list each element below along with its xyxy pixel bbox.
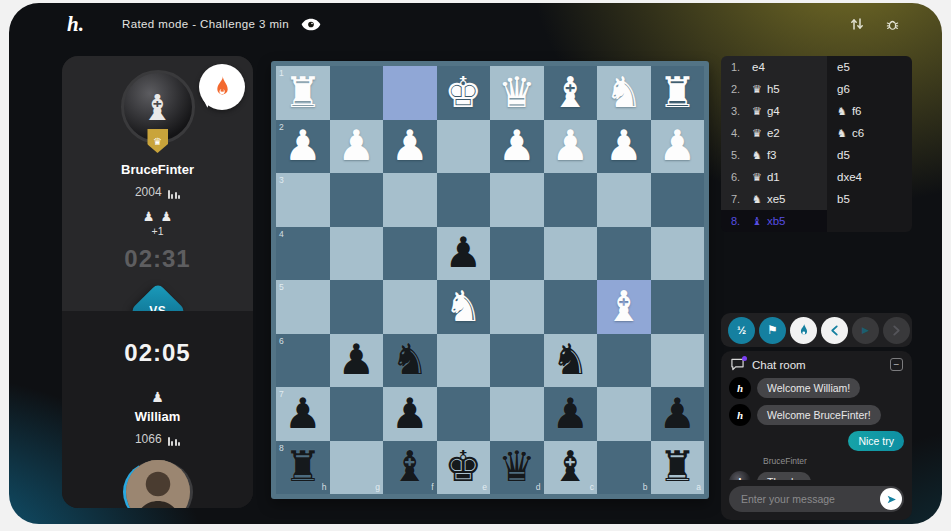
white-move[interactable]: 8.♝xb5: [721, 210, 827, 232]
white-bishop-b5[interactable]: ♝: [605, 286, 643, 328]
square-h3[interactable]: 3: [276, 173, 330, 227]
move-row: 2.♛h5g6: [721, 78, 912, 100]
black-pawn-a7[interactable]: ♟: [658, 393, 696, 435]
chat-bubble: Welcome William!: [757, 378, 860, 398]
flip-board-icon[interactable]: [849, 16, 865, 32]
white-move-text: d1: [767, 171, 780, 183]
queen-icon: ♛: [752, 171, 762, 184]
rank-label: 6: [279, 336, 284, 346]
move-number: 3.: [731, 105, 747, 117]
white-move[interactable]: 7.♞xe5: [721, 188, 827, 210]
square-e6[interactable]: [437, 334, 491, 388]
rank-label: 5: [279, 282, 284, 292]
square-c8[interactable]: c♝: [544, 441, 598, 495]
black-move-text: f6: [852, 105, 862, 117]
move-number: 8.: [731, 215, 747, 227]
white-move-text: f3: [767, 149, 777, 161]
queen-icon: ♛: [752, 127, 762, 140]
move-number: 6.: [731, 171, 747, 183]
player-clock: 02:05: [124, 339, 190, 367]
black-pawn-f7[interactable]: ♟: [391, 393, 429, 435]
file-label: b: [643, 482, 648, 492]
black-king-e8[interactable]: ♚: [444, 446, 482, 488]
draw-offer-button[interactable]: ½: [728, 317, 755, 344]
square-b5[interactable]: ♝: [597, 280, 651, 334]
square-g2[interactable]: ♟: [330, 120, 384, 174]
move-row: 6.♛d1dxe4: [721, 166, 912, 188]
rank-label: 2: [279, 122, 284, 132]
spectators-eye-icon[interactable]: [301, 18, 321, 31]
square-a7[interactable]: ♟: [651, 387, 705, 441]
square-f3[interactable]: [383, 173, 437, 227]
square-h2[interactable]: 2♟: [276, 120, 330, 174]
square-c3[interactable]: [544, 173, 598, 227]
square-g8[interactable]: g: [330, 441, 384, 495]
black-move[interactable]: ♞c6: [827, 122, 912, 144]
square-b4[interactable]: [597, 227, 651, 281]
game-controls: ½ ⚑ ▶: [721, 313, 912, 347]
white-move[interactable]: 2.♛h5: [721, 78, 827, 100]
file-label: e: [482, 482, 487, 492]
white-pawn-h2[interactable]: ♟: [284, 125, 322, 167]
square-c5[interactable]: [544, 280, 598, 334]
square-h7[interactable]: 7♟: [276, 387, 330, 441]
white-rook-h1[interactable]: ♜: [284, 72, 322, 114]
chess-board: 1♜♚♛♝♞♜2♟♟♟♟♟♟♟34♟5♞♝6♟♞♞7♟♟♟♟8h♜gf♝e♚d♛…: [276, 66, 704, 494]
opponent-captured-pieces: ♟♟: [143, 209, 172, 224]
flame-icon: [798, 323, 810, 337]
move-number: 4.: [731, 127, 747, 139]
knight-icon: ♞: [837, 127, 847, 140]
chat-message: ♝Thanks: [729, 471, 904, 480]
chat-bubble: Thanks: [757, 472, 811, 480]
white-pawn-g2[interactable]: ♟: [337, 125, 375, 167]
square-b3[interactable]: [597, 173, 651, 227]
streak-button[interactable]: [790, 317, 817, 344]
knight-icon: ♞: [752, 193, 762, 206]
white-pawn-b2[interactable]: ♟: [605, 125, 643, 167]
white-rook-a1[interactable]: ♜: [658, 72, 696, 114]
chat-message: hWelcome William!: [729, 377, 904, 399]
chat-message: Nice try: [729, 431, 904, 451]
app-window: h. Rated mode - Challenge 3 min ♝ ♛ Bruc…: [9, 3, 942, 524]
black-pawn-c7[interactable]: ♟: [551, 393, 589, 435]
move-back-button[interactable]: [821, 317, 848, 344]
move-row: 7.♞xe5b5: [721, 188, 912, 210]
black-move[interactable]: g6: [827, 78, 912, 100]
square-c2[interactable]: ♟: [544, 120, 598, 174]
square-a4[interactable]: [651, 227, 705, 281]
file-label: f: [431, 482, 433, 492]
square-f5[interactable]: [383, 280, 437, 334]
white-pawn-c2[interactable]: ♟: [551, 125, 589, 167]
flame-streak-bubble: [199, 64, 245, 110]
square-a1[interactable]: ♜: [651, 66, 705, 120]
black-knight-c6[interactable]: ♞: [551, 339, 589, 381]
move-number: 1.: [731, 61, 747, 73]
move-number: 2.: [731, 83, 747, 95]
rank-label: 4: [279, 229, 284, 239]
move-number: 7.: [731, 193, 747, 205]
square-e4[interactable]: ♟: [437, 227, 491, 281]
chevron-right-icon: [892, 325, 901, 336]
black-move-text: c6: [852, 127, 864, 139]
square-g1[interactable]: [330, 66, 384, 120]
square-h6[interactable]: 6: [276, 334, 330, 388]
square-e7[interactable]: [437, 387, 491, 441]
square-f6[interactable]: ♞: [383, 334, 437, 388]
square-h5[interactable]: 5: [276, 280, 330, 334]
square-f4[interactable]: [383, 227, 437, 281]
black-move[interactable]: d5: [827, 144, 912, 166]
chat-bubble: Welcome BruceFinter!: [757, 405, 881, 425]
square-e5[interactable]: ♞: [437, 280, 491, 334]
square-b1[interactable]: ♞: [597, 66, 651, 120]
player-rating: 1066: [135, 432, 162, 446]
rank-label: 7: [279, 389, 284, 399]
square-b6[interactable]: [597, 334, 651, 388]
white-bishop-c1[interactable]: ♝: [551, 72, 589, 114]
chat-sender-name: BruceFinter: [763, 456, 904, 466]
white-move[interactable]: 5.♞f3: [721, 144, 827, 166]
square-a5[interactable]: [651, 280, 705, 334]
black-move-text: dxe4: [837, 171, 862, 183]
black-move-text: b5: [837, 193, 850, 205]
square-h1[interactable]: 1♜: [276, 66, 330, 120]
square-a8[interactable]: a♜: [651, 441, 705, 495]
square-f7[interactable]: ♟: [383, 387, 437, 441]
black-move[interactable]: dxe4: [827, 166, 912, 188]
square-e3[interactable]: [437, 173, 491, 227]
move-number: 5.: [731, 149, 747, 161]
white-move-text: e2: [767, 127, 780, 139]
chevron-left-icon: [830, 325, 839, 336]
square-e1[interactable]: ♚: [437, 66, 491, 120]
opponent-section: ♝ ♛ BruceFinter 2004 ♟♟ +1 02:31: [62, 56, 253, 311]
chat-minimize-button[interactable]: −: [890, 358, 903, 371]
rank-label: 3: [279, 175, 284, 185]
white-queen-d1[interactable]: ♛: [498, 72, 536, 114]
move-last-button[interactable]: [883, 317, 910, 344]
white-move[interactable]: 1.e4: [721, 56, 827, 78]
file-label: c: [590, 482, 594, 492]
chat-panel: Chat room − hWelcome William!hWelcome Br…: [721, 351, 912, 520]
black-bishop-f8[interactable]: ♝: [391, 446, 429, 488]
file-label: d: [536, 482, 541, 492]
player-avatar-ring: ♟: [123, 460, 193, 508]
square-e8[interactable]: e♚: [437, 441, 491, 495]
opponent-rating: 2004: [135, 185, 162, 199]
player-section: 02:05 ♟ William 1066 ♟: [62, 311, 253, 508]
bishop-icon: ♝: [752, 215, 762, 228]
black-bishop-c8[interactable]: ♝: [551, 446, 589, 488]
white-move[interactable]: 6.♛d1: [721, 166, 827, 188]
file-label: a: [696, 482, 701, 492]
play-icon: ▶: [862, 325, 869, 335]
chat-header: Chat room −: [721, 351, 912, 375]
players-panel: ♝ ♛ BruceFinter 2004 ♟♟ +1 02:31 VS 02:0…: [62, 56, 253, 508]
square-d8[interactable]: d♛: [490, 441, 544, 495]
chat-messages: hWelcome William!hWelcome BruceFinter!Ni…: [721, 375, 912, 480]
white-move-text: h5: [767, 83, 780, 95]
move-row: 8.♝xb5: [721, 210, 912, 232]
white-pawn-a2[interactable]: ♟: [658, 125, 696, 167]
black-move[interactable]: ♞f6: [827, 100, 912, 122]
white-move[interactable]: 4.♛e2: [721, 122, 827, 144]
move-forward-button[interactable]: ▶: [852, 317, 879, 344]
square-e2[interactable]: [437, 120, 491, 174]
square-f1[interactable]: [383, 66, 437, 120]
resign-button[interactable]: ⚑: [759, 317, 786, 344]
white-move-text: xb5: [767, 215, 786, 227]
bug-report-icon[interactable]: [885, 17, 900, 32]
white-move-text: xe5: [767, 193, 786, 205]
square-d7[interactable]: [490, 387, 544, 441]
send-message-button[interactable]: [880, 488, 902, 510]
black-move-text: d5: [837, 149, 850, 161]
square-h8[interactable]: 8h♜: [276, 441, 330, 495]
square-g4[interactable]: [330, 227, 384, 281]
white-move-text: e4: [752, 61, 765, 73]
file-label: g: [375, 482, 380, 492]
square-g3[interactable]: [330, 173, 384, 227]
black-pawn-h7[interactable]: ♟: [284, 393, 322, 435]
queen-icon: ♛: [752, 83, 762, 96]
chat-message: hWelcome BruceFinter!: [729, 404, 904, 426]
square-a3[interactable]: [651, 173, 705, 227]
white-king-e1[interactable]: ♚: [444, 72, 482, 114]
queen-icon: ♛: [752, 105, 762, 118]
move-row: 3.♛g4♞f6: [721, 100, 912, 122]
white-move[interactable]: 3.♛g4: [721, 100, 827, 122]
opponent-avatar[interactable]: ♝ ♛: [121, 70, 195, 144]
square-d5[interactable]: [490, 280, 544, 334]
move-row: 5.♞f3d5: [721, 144, 912, 166]
square-h4[interactable]: 4: [276, 227, 330, 281]
chat-title: Chat room: [752, 359, 806, 371]
black-move[interactable]: e5: [827, 56, 912, 78]
black-move[interactable]: b5: [827, 188, 912, 210]
chat-bubble: Nice try: [848, 431, 904, 451]
square-d2[interactable]: ♟: [490, 120, 544, 174]
top-bar: h. Rated mode - Challenge 3 min: [9, 3, 942, 45]
square-f2[interactable]: ♟: [383, 120, 437, 174]
square-d1[interactable]: ♛: [490, 66, 544, 120]
opponent-rank-badge: ♛: [147, 129, 168, 153]
square-c4[interactable]: [544, 227, 598, 281]
black-rook-a8[interactable]: ♜: [658, 446, 696, 488]
square-g7[interactable]: [330, 387, 384, 441]
system-avatar: h: [729, 404, 751, 426]
rank-label: 8: [279, 443, 284, 453]
square-a2[interactable]: ♟: [651, 120, 705, 174]
square-c6[interactable]: ♞: [544, 334, 598, 388]
black-queen-d8[interactable]: ♛: [498, 446, 536, 488]
black-pawn-e4[interactable]: ♟: [444, 232, 482, 274]
chat-message-input[interactable]: [729, 486, 904, 512]
square-f8[interactable]: f♝: [383, 441, 437, 495]
square-d4[interactable]: [490, 227, 544, 281]
opponent-clock: 02:31: [124, 245, 190, 273]
chat-input-row: [729, 486, 904, 512]
rank-label: 1: [279, 68, 284, 78]
send-icon: [886, 494, 897, 505]
square-g5[interactable]: [330, 280, 384, 334]
move-list: 1.e4e52.♛h5g63.♛g4♞f64.♛e2♞c65.♞f3d56.♛d…: [721, 56, 912, 232]
white-knight-b1[interactable]: ♞: [605, 72, 643, 114]
app-logo: h.: [67, 12, 84, 37]
black-move-text: g6: [837, 83, 850, 95]
white-pawn-f2[interactable]: ♟: [391, 125, 429, 167]
square-d3[interactable]: [490, 173, 544, 227]
chess-board-frame: 1♜♚♛♝♞♜2♟♟♟♟♟♟♟34♟5♞♝6♟♞♞7♟♟♟♟8h♜gf♝e♚d♛…: [271, 61, 709, 499]
white-knight-e5[interactable]: ♞: [444, 286, 482, 328]
black-knight-f6[interactable]: ♞: [391, 339, 429, 381]
player-side-pawn-icon: ♟: [151, 389, 164, 405]
chat-notification-dot: [742, 356, 747, 361]
avatar-chess-piece-photo: ♝: [141, 87, 173, 128]
opponent-chat-avatar: ♝: [729, 471, 751, 480]
knight-icon: ♞: [752, 149, 762, 162]
game-mode-title: Rated mode - Challenge 3 min: [122, 18, 289, 30]
square-d6[interactable]: [490, 334, 544, 388]
square-b7[interactable]: [597, 387, 651, 441]
white-pawn-d2[interactable]: ♟: [498, 125, 536, 167]
black-move[interactable]: [827, 210, 912, 232]
black-rook-h8[interactable]: ♜: [284, 446, 322, 488]
resign-flag-icon: ⚑: [767, 323, 778, 337]
square-b2[interactable]: ♟: [597, 120, 651, 174]
move-row: 1.e4e5: [721, 56, 912, 78]
player-avatar[interactable]: [126, 460, 190, 508]
opponent-name: BruceFinter: [121, 162, 194, 177]
opponent-rating-bars-icon: [168, 190, 181, 199]
player-rating-bars-icon: [168, 437, 181, 446]
square-b8[interactable]: b: [597, 441, 651, 495]
file-label: h: [322, 482, 327, 492]
square-c1[interactable]: ♝: [544, 66, 598, 120]
chat-bubble-icon: [730, 358, 745, 371]
square-g6[interactable]: ♟: [330, 334, 384, 388]
black-move-text: e5: [837, 61, 850, 73]
white-move-text: g4: [767, 105, 780, 117]
black-pawn-g6[interactable]: ♟: [337, 339, 375, 381]
material-advantage: +1: [152, 225, 164, 237]
player-name: William: [135, 409, 180, 424]
knight-icon: ♞: [837, 105, 847, 118]
system-avatar: h: [729, 377, 751, 399]
square-c7[interactable]: ♟: [544, 387, 598, 441]
square-a6[interactable]: [651, 334, 705, 388]
move-row: 4.♛e2♞c6: [721, 122, 912, 144]
